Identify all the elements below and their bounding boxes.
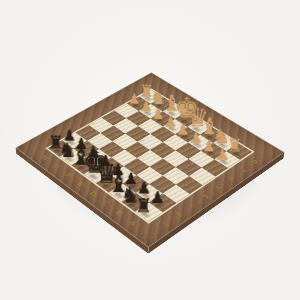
piece-black-pawn: ♟ <box>213 147 232 163</box>
product-photo: ♜♞♝♚♛♝♞♜♟♟♟♟♟♟♟♟♟♟♟♟♟♟♟♟♜♞♝♚♛♝♞♜ HGFEDCB… <box>0 0 300 300</box>
board-frame: ♜♞♝♚♛♝♞♜♟♟♟♟♟♟♟♟♟♟♟♟♟♟♟♟♜♞♝♚♛♝♞♜ HGFEDCB… <box>16 73 285 248</box>
rank-label-1: 1 <box>156 217 174 230</box>
file-label-b: B <box>110 206 130 220</box>
file-label-d: D <box>84 187 103 200</box>
piece-white-rook: ♜ <box>134 196 154 216</box>
rank-label-3: 3 <box>183 198 201 210</box>
board-scene: ♜♞♝♚♛♝♞♜♟♟♟♟♟♟♟♟♟♟♟♟♟♟♟♟♜♞♝♚♛♝♞♜ HGFEDCB… <box>0 0 300 300</box>
file-label-h: H <box>36 152 54 164</box>
rank-label-7: 7 <box>234 164 251 175</box>
file-label-e: E <box>72 178 91 191</box>
file-label-a: A <box>123 216 143 230</box>
file-label-c: C <box>97 196 116 210</box>
chess-board: ♜♞♝♚♛♝♞♜♟♟♟♟♟♟♟♟♟♟♟♟♟♟♟♟♜♞♝♚♛♝♞♜ HGFEDCB… <box>16 73 285 248</box>
rank-label-8: 8 <box>246 156 263 167</box>
rank-label-4: 4 <box>196 190 214 202</box>
file-label-f: F <box>59 169 77 182</box>
rank-label-5: 5 <box>209 181 227 193</box>
rank-label-6: 6 <box>222 172 239 183</box>
file-label-g: G <box>48 160 66 172</box>
rank-label-2: 2 <box>170 208 188 221</box>
